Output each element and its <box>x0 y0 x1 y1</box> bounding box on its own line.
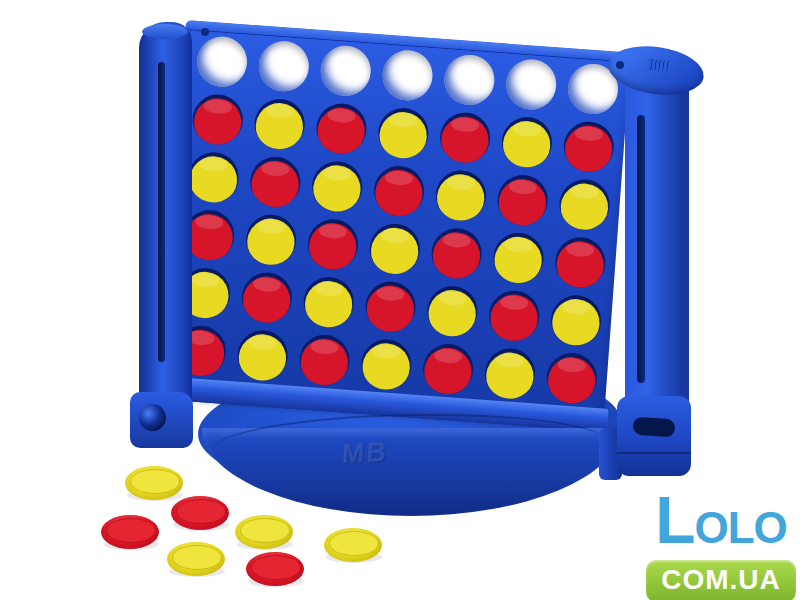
disc-top <box>106 518 156 543</box>
loose-disc-red[interactable] <box>171 496 229 530</box>
disc-top <box>172 545 222 570</box>
disc-top <box>240 518 290 543</box>
loose-disc-yellow[interactable] <box>167 542 225 576</box>
watermark-badge: COM.UA <box>646 560 796 600</box>
loose-disc-yellow[interactable] <box>125 466 183 500</box>
loose-disc-red[interactable] <box>246 552 304 586</box>
disc-top <box>130 469 180 494</box>
loose-disc-red[interactable] <box>101 515 159 549</box>
watermark-logo: LOLO COM.UA <box>646 488 796 600</box>
loose-disc-yellow[interactable] <box>324 528 382 562</box>
loose-disc-yellow[interactable] <box>235 515 293 549</box>
connect4-product-photo: MB ●●●●●●●●●●●●●●●●●●●●●●●●●●●●●●●●●●● L… <box>0 0 800 600</box>
watermark-subtitle: COM.UA <box>661 564 781 595</box>
disc-top <box>176 499 226 524</box>
disc-top <box>251 555 301 580</box>
watermark-title: LOLO <box>646 488 796 560</box>
disc-top <box>329 531 379 556</box>
